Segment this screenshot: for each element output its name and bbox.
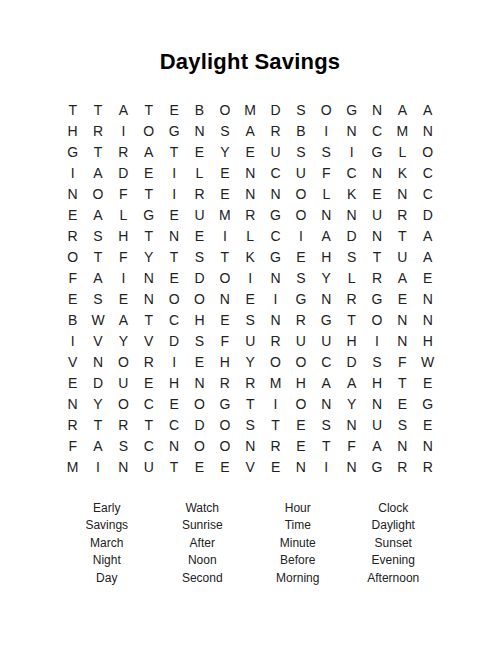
grid-cell[interactable]: S: [288, 141, 313, 162]
grid-cell[interactable]: G: [161, 120, 186, 141]
grid-cell[interactable]: F: [314, 162, 339, 183]
grid-cell[interactable]: B: [187, 99, 212, 120]
puzzle-page: Daylight Savings TTATEBOMDSOGNAAHRIOGNSA…: [0, 0, 500, 647]
grid-cell[interactable]: E: [161, 267, 186, 288]
grid-cell[interactable]: E: [187, 351, 212, 372]
grid-cell[interactable]: C: [339, 162, 364, 183]
grid-cell[interactable]: T: [60, 99, 85, 120]
grid-cell[interactable]: E: [161, 204, 186, 225]
grid-cell[interactable]: N: [212, 288, 237, 309]
grid-cell[interactable]: S: [212, 120, 237, 141]
grid-cell[interactable]: N: [136, 288, 161, 309]
grid-cell[interactable]: E: [60, 204, 85, 225]
grid-cell[interactable]: E: [390, 393, 415, 414]
grid-cell[interactable]: T: [85, 99, 110, 120]
grid-cell[interactable]: R: [263, 120, 288, 141]
grid-cell[interactable]: I: [238, 267, 263, 288]
grid-cell[interactable]: N: [390, 309, 415, 330]
grid-cell[interactable]: A: [364, 435, 389, 456]
grid-cell[interactable]: E: [415, 414, 440, 435]
grid-cell[interactable]: T: [136, 309, 161, 330]
grid-cell[interactable]: R: [60, 414, 85, 435]
word-list-item: Morning: [250, 570, 346, 587]
grid-cell[interactable]: N: [161, 225, 186, 246]
grid-cell[interactable]: G: [339, 99, 364, 120]
grid-cell[interactable]: G: [415, 393, 440, 414]
grid-cell[interactable]: B: [288, 120, 313, 141]
grid-cell[interactable]: N: [415, 309, 440, 330]
grid-cell[interactable]: O: [212, 267, 237, 288]
grid-cell[interactable]: H: [364, 372, 389, 393]
word-list-item: Early: [59, 500, 155, 517]
grid-cell[interactable]: R: [212, 372, 237, 393]
grid-cell[interactable]: N: [364, 393, 389, 414]
word-list-item: After: [155, 535, 251, 552]
grid-cell[interactable]: O: [263, 351, 288, 372]
grid-cell[interactable]: A: [85, 435, 110, 456]
word-list: EarlySavingsMarchNightDayWatchSunriseAft…: [59, 500, 441, 587]
grid-cell[interactable]: N: [390, 183, 415, 204]
grid-cell[interactable]: G: [364, 288, 389, 309]
grid-cell[interactable]: S: [111, 435, 136, 456]
word-list-item: Minute: [250, 535, 346, 552]
grid-cell[interactable]: I: [60, 330, 85, 351]
grid-cell[interactable]: G: [364, 141, 389, 162]
grid-cell[interactable]: V: [85, 330, 110, 351]
grid-cell[interactable]: R: [263, 435, 288, 456]
word-list-item: Savings: [59, 517, 155, 534]
grid-cell[interactable]: I: [212, 225, 237, 246]
grid-cell[interactable]: L: [187, 162, 212, 183]
grid-cell[interactable]: K: [339, 183, 364, 204]
word-list-item: Night: [59, 552, 155, 569]
grid-cell[interactable]: U: [390, 246, 415, 267]
grid-cell[interactable]: G: [60, 141, 85, 162]
grid-cell[interactable]: Y: [339, 393, 364, 414]
grid-cell[interactable]: T: [136, 99, 161, 120]
grid-cell[interactable]: S: [187, 246, 212, 267]
grid-cell[interactable]: E: [161, 99, 186, 120]
grid-cell[interactable]: H: [111, 225, 136, 246]
grid-cell[interactable]: R: [263, 330, 288, 351]
grid-cell[interactable]: N: [364, 162, 389, 183]
grid-cell[interactable]: I: [161, 351, 186, 372]
word-list-item: Sunset: [346, 535, 442, 552]
grid-cell[interactable]: O: [288, 183, 313, 204]
grid-cell[interactable]: R: [364, 267, 389, 288]
word-list-item: Day: [59, 570, 155, 587]
grid-cell[interactable]: E: [288, 435, 313, 456]
grid-cell[interactable]: R: [390, 204, 415, 225]
grid-cell[interactable]: N: [415, 435, 440, 456]
grid-cell[interactable]: O: [111, 393, 136, 414]
grid-cell[interactable]: N: [187, 372, 212, 393]
grid-cell[interactable]: E: [415, 372, 440, 393]
grid-cell[interactable]: L: [339, 267, 364, 288]
grid-cell[interactable]: C: [415, 183, 440, 204]
grid-cell[interactable]: N: [187, 120, 212, 141]
grid-cell[interactable]: A: [415, 99, 440, 120]
grid-cell[interactable]: I: [60, 162, 85, 183]
grid-cell[interactable]: C: [136, 435, 161, 456]
grid-cell[interactable]: N: [60, 393, 85, 414]
grid-cell[interactable]: O: [415, 141, 440, 162]
grid-cell[interactable]: O: [364, 309, 389, 330]
grid-cell[interactable]: V: [60, 351, 85, 372]
grid-cell[interactable]: D: [339, 225, 364, 246]
grid-cell[interactable]: A: [314, 225, 339, 246]
grid-cell[interactable]: C: [364, 120, 389, 141]
grid-cell[interactable]: N: [314, 393, 339, 414]
grid-cell[interactable]: Y: [314, 267, 339, 288]
grid-cell[interactable]: F: [60, 435, 85, 456]
word-list-item: Afternoon: [346, 570, 442, 587]
grid-cell[interactable]: T: [238, 393, 263, 414]
grid-cell[interactable]: I: [314, 456, 339, 477]
grid-cell[interactable]: F: [60, 267, 85, 288]
grid-cell[interactable]: I: [339, 141, 364, 162]
grid-cell[interactable]: N: [136, 267, 161, 288]
grid-cell[interactable]: T: [339, 309, 364, 330]
grid-cell[interactable]: B: [60, 309, 85, 330]
grid-cell[interactable]: H: [187, 309, 212, 330]
grid-cell[interactable]: T: [136, 183, 161, 204]
grid-cell[interactable]: S: [314, 141, 339, 162]
grid-cell[interactable]: A: [415, 225, 440, 246]
word-list-item: Second: [155, 570, 251, 587]
grid-cell[interactable]: E: [187, 456, 212, 477]
grid-cell[interactable]: E: [111, 288, 136, 309]
grid-cell[interactable]: L: [314, 183, 339, 204]
grid-cell[interactable]: H: [288, 372, 313, 393]
grid-cell[interactable]: T: [390, 372, 415, 393]
grid-cell[interactable]: T: [212, 246, 237, 267]
grid-cell[interactable]: F: [390, 351, 415, 372]
grid-cell[interactable]: A: [238, 120, 263, 141]
grid-cell[interactable]: N: [339, 456, 364, 477]
grid-cell[interactable]: H: [339, 330, 364, 351]
grid-cell[interactable]: S: [238, 414, 263, 435]
grid-cell[interactable]: R: [136, 351, 161, 372]
grid-cell[interactable]: D: [85, 372, 110, 393]
grid-cell[interactable]: N: [263, 309, 288, 330]
grid-cell[interactable]: I: [161, 183, 186, 204]
grid-cell[interactable]: G: [212, 393, 237, 414]
grid-cell[interactable]: F: [111, 183, 136, 204]
grid-cell[interactable]: E: [238, 288, 263, 309]
grid-cell[interactable]: S: [238, 309, 263, 330]
grid-cell[interactable]: U: [136, 456, 161, 477]
grid-cell[interactable]: O: [288, 351, 313, 372]
grid-cell[interactable]: A: [136, 141, 161, 162]
word-list-item: March: [59, 535, 155, 552]
grid-cell[interactable]: E: [364, 183, 389, 204]
grid-cell[interactable]: U: [288, 162, 313, 183]
grid-cell[interactable]: U: [238, 330, 263, 351]
grid-cell[interactable]: A: [111, 309, 136, 330]
grid-cell[interactable]: M: [263, 372, 288, 393]
grid-cell[interactable]: U: [111, 372, 136, 393]
grid-cell[interactable]: S: [288, 267, 313, 288]
grid-cell[interactable]: M: [60, 456, 85, 477]
grid-cell[interactable]: A: [415, 246, 440, 267]
grid-cell[interactable]: U: [364, 204, 389, 225]
grid-cell[interactable]: W: [415, 351, 440, 372]
word-list-item: Time: [250, 517, 346, 534]
grid-cell[interactable]: H: [314, 246, 339, 267]
grid-cell[interactable]: R: [415, 456, 440, 477]
grid-cell[interactable]: F: [212, 330, 237, 351]
grid-cell[interactable]: E: [212, 183, 237, 204]
grid-cell[interactable]: U: [314, 330, 339, 351]
grid-cell[interactable]: E: [390, 288, 415, 309]
grid-cell[interactable]: O: [212, 99, 237, 120]
grid-cell[interactable]: N: [238, 162, 263, 183]
grid-cell[interactable]: A: [339, 372, 364, 393]
grid-cell[interactable]: O: [288, 393, 313, 414]
word-search-grid: TTATEBOMDSOGNAAHRIOGNSARBINCMNGTRATEYEUS…: [60, 99, 440, 477]
grid-cell[interactable]: V: [238, 456, 263, 477]
grid-cell[interactable]: R: [111, 141, 136, 162]
grid-cell[interactable]: Y: [85, 393, 110, 414]
grid-cell[interactable]: R: [111, 414, 136, 435]
grid-cell[interactable]: E: [238, 141, 263, 162]
grid-cell[interactable]: D: [415, 204, 440, 225]
grid-cell[interactable]: T: [364, 246, 389, 267]
grid-cell[interactable]: D: [111, 162, 136, 183]
grid-cell[interactable]: C: [415, 162, 440, 183]
word-list-item: Watch: [155, 500, 251, 517]
grid-cell[interactable]: U: [263, 141, 288, 162]
grid-cell[interactable]: E: [212, 309, 237, 330]
grid-cell[interactable]: N: [390, 330, 415, 351]
grid-cell[interactable]: L: [390, 141, 415, 162]
grid-cell[interactable]: H: [415, 330, 440, 351]
grid-cell[interactable]: H: [161, 372, 186, 393]
word-list-item: Noon: [155, 552, 251, 569]
grid-cell[interactable]: H: [60, 120, 85, 141]
grid-cell[interactable]: V: [136, 330, 161, 351]
grid-cell[interactable]: A: [390, 267, 415, 288]
grid-cell[interactable]: E: [263, 456, 288, 477]
grid-cell[interactable]: M: [390, 120, 415, 141]
grid-cell[interactable]: O: [60, 246, 85, 267]
grid-cell[interactable]: I: [288, 225, 313, 246]
grid-cell[interactable]: D: [339, 351, 364, 372]
grid-cell[interactable]: A: [314, 372, 339, 393]
word-list-item: Evening: [346, 552, 442, 569]
grid-cell[interactable]: T: [136, 414, 161, 435]
grid-cell[interactable]: C: [314, 351, 339, 372]
grid-cell[interactable]: S: [339, 246, 364, 267]
grid-cell[interactable]: T: [85, 246, 110, 267]
grid-cell[interactable]: S: [85, 288, 110, 309]
grid-cell[interactable]: E: [161, 393, 186, 414]
grid-cell[interactable]: T: [161, 456, 186, 477]
grid-cell[interactable]: G: [263, 246, 288, 267]
grid-cell[interactable]: N: [161, 435, 186, 456]
grid-cell[interactable]: A: [85, 267, 110, 288]
grid-cell[interactable]: Y: [238, 351, 263, 372]
grid-cell[interactable]: S: [85, 225, 110, 246]
grid-cell[interactable]: A: [111, 99, 136, 120]
grid-cell[interactable]: C: [263, 162, 288, 183]
grid-cell[interactable]: I: [364, 330, 389, 351]
grid-cell[interactable]: R: [288, 309, 313, 330]
grid-cell[interactable]: R: [238, 372, 263, 393]
grid-cell[interactable]: O: [288, 204, 313, 225]
grid-cell[interactable]: Y: [136, 246, 161, 267]
grid-cell[interactable]: R: [390, 456, 415, 477]
grid-cell[interactable]: M: [212, 204, 237, 225]
grid-cell[interactable]: A: [85, 162, 110, 183]
grid-cell[interactable]: E: [136, 162, 161, 183]
grid-cell[interactable]: Y: [212, 141, 237, 162]
grid-cell[interactable]: C: [136, 393, 161, 414]
grid-cell[interactable]: R: [60, 225, 85, 246]
grid-cell[interactable]: R: [85, 120, 110, 141]
grid-cell[interactable]: F: [111, 246, 136, 267]
grid-cell[interactable]: Y: [111, 330, 136, 351]
grid-cell[interactable]: E: [212, 162, 237, 183]
grid-cell[interactable]: S: [288, 99, 313, 120]
grid-cell[interactable]: E: [415, 267, 440, 288]
grid-cell[interactable]: S: [314, 414, 339, 435]
grid-cell[interactable]: E: [136, 372, 161, 393]
grid-cell[interactable]: N: [339, 204, 364, 225]
grid-cell[interactable]: W: [85, 309, 110, 330]
grid-cell[interactable]: N: [415, 288, 440, 309]
puzzle-title: Daylight Savings: [0, 51, 500, 73]
grid-cell[interactable]: N: [339, 120, 364, 141]
grid-cell[interactable]: U: [187, 204, 212, 225]
grid-cell[interactable]: F: [339, 435, 364, 456]
grid-cell[interactable]: I: [263, 288, 288, 309]
grid-cell[interactable]: G: [136, 204, 161, 225]
grid-cell[interactable]: N: [263, 183, 288, 204]
grid-cell[interactable]: E: [187, 225, 212, 246]
grid-cell[interactable]: E: [187, 141, 212, 162]
grid-cell[interactable]: C: [263, 225, 288, 246]
grid-cell[interactable]: N: [60, 183, 85, 204]
grid-cell[interactable]: O: [187, 288, 212, 309]
grid-cell[interactable]: T: [161, 141, 186, 162]
word-list-item: Before: [250, 552, 346, 569]
grid-cell[interactable]: G: [288, 288, 313, 309]
grid-cell[interactable]: O: [187, 435, 212, 456]
grid-cell[interactable]: G: [263, 204, 288, 225]
grid-cell[interactable]: D: [187, 267, 212, 288]
grid-cell[interactable]: O: [85, 183, 110, 204]
word-list-item: Hour: [250, 500, 346, 517]
grid-cell[interactable]: U: [288, 330, 313, 351]
grid-cell[interactable]: O: [212, 414, 237, 435]
grid-cell[interactable]: K: [238, 246, 263, 267]
word-list-item: Clock: [346, 500, 442, 517]
grid-cell[interactable]: T: [390, 225, 415, 246]
grid-cell[interactable]: T: [161, 246, 186, 267]
grid-cell[interactable]: E: [60, 372, 85, 393]
grid-cell[interactable]: G: [364, 456, 389, 477]
grid-cell[interactable]: E: [288, 414, 313, 435]
grid-cell[interactable]: I: [111, 120, 136, 141]
grid-cell[interactable]: O: [187, 393, 212, 414]
grid-cell[interactable]: E: [60, 288, 85, 309]
grid-cell[interactable]: C: [161, 414, 186, 435]
grid-cell[interactable]: U: [364, 414, 389, 435]
grid-cell[interactable]: N: [111, 456, 136, 477]
grid-cell[interactable]: O: [161, 288, 186, 309]
word-list-item: Daylight: [346, 517, 442, 534]
grid-cell[interactable]: R: [187, 183, 212, 204]
grid-cell[interactable]: N: [238, 183, 263, 204]
grid-cell[interactable]: D: [161, 330, 186, 351]
grid-cell[interactable]: N: [339, 414, 364, 435]
grid-cell[interactable]: T: [85, 141, 110, 162]
grid-cell[interactable]: I: [314, 120, 339, 141]
grid-cell[interactable]: E: [288, 246, 313, 267]
grid-cell[interactable]: A: [85, 204, 110, 225]
grid-cell[interactable]: N: [390, 435, 415, 456]
grid-cell[interactable]: K: [390, 162, 415, 183]
grid-cell[interactable]: T: [85, 414, 110, 435]
grid-cell[interactable]: R: [339, 288, 364, 309]
grid-cell[interactable]: S: [390, 414, 415, 435]
grid-cell[interactable]: N: [364, 225, 389, 246]
grid-cell[interactable]: O: [136, 120, 161, 141]
grid-cell[interactable]: E: [212, 456, 237, 477]
grid-cell[interactable]: H: [212, 351, 237, 372]
grid-cell[interactable]: S: [364, 351, 389, 372]
grid-cell[interactable]: N: [314, 288, 339, 309]
grid-cell[interactable]: S: [187, 330, 212, 351]
grid-cell[interactable]: D: [263, 99, 288, 120]
grid-cell[interactable]: I: [111, 267, 136, 288]
grid-cell[interactable]: O: [111, 351, 136, 372]
grid-cell[interactable]: N: [364, 99, 389, 120]
grid-cell[interactable]: T: [136, 225, 161, 246]
grid-cell[interactable]: I: [85, 456, 110, 477]
grid-cell[interactable]: M: [238, 99, 263, 120]
grid-cell[interactable]: N: [263, 267, 288, 288]
grid-cell[interactable]: O: [314, 99, 339, 120]
grid-cell[interactable]: I: [263, 393, 288, 414]
grid-cell[interactable]: T: [314, 435, 339, 456]
grid-cell[interactable]: T: [263, 414, 288, 435]
grid-cell[interactable]: C: [161, 309, 186, 330]
grid-cell[interactable]: L: [111, 204, 136, 225]
grid-cell[interactable]: A: [390, 99, 415, 120]
grid-cell[interactable]: G: [314, 309, 339, 330]
grid-cell[interactable]: N: [238, 435, 263, 456]
grid-cell[interactable]: O: [212, 435, 237, 456]
grid-cell[interactable]: I: [161, 162, 186, 183]
word-list-item: Sunrise: [155, 517, 251, 534]
grid-cell[interactable]: L: [238, 225, 263, 246]
grid-cell[interactable]: N: [288, 456, 313, 477]
grid-cell[interactable]: D: [187, 414, 212, 435]
grid-cell[interactable]: R: [238, 204, 263, 225]
grid-cell[interactable]: N: [415, 120, 440, 141]
grid-cell[interactable]: N: [85, 351, 110, 372]
grid-cell[interactable]: N: [314, 204, 339, 225]
